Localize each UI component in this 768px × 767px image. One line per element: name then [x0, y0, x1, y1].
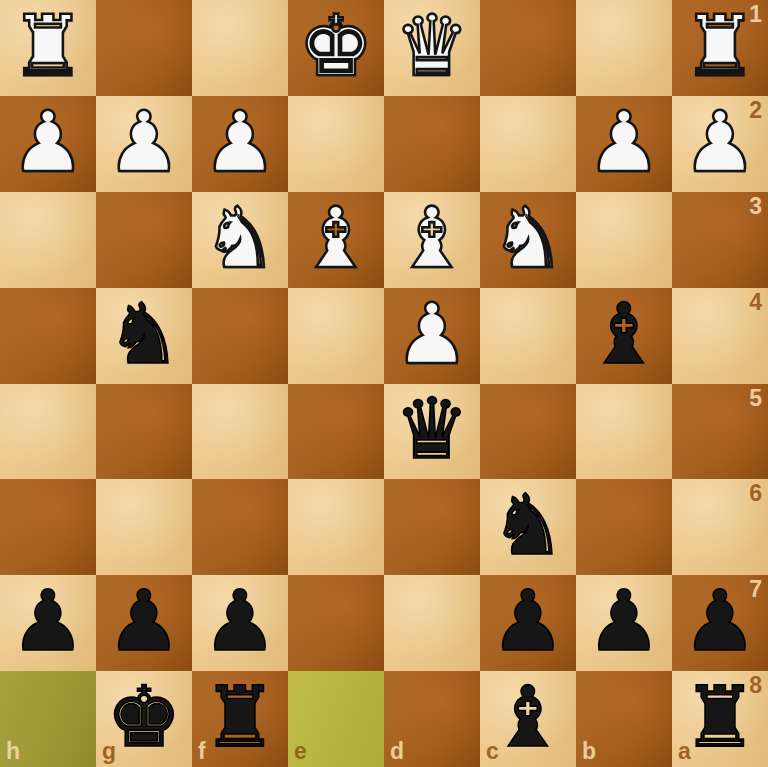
- white-bishop[interactable]: ♝: [298, 196, 373, 280]
- square-f8[interactable]: ♜f: [192, 671, 288, 767]
- square-g8[interactable]: ♚g: [96, 671, 192, 767]
- square-f1[interactable]: [192, 0, 288, 96]
- square-b3[interactable]: [576, 192, 672, 288]
- square-g1[interactable]: [96, 0, 192, 96]
- white-pawn[interactable]: ♟: [106, 100, 181, 184]
- square-d5[interactable]: ♛: [384, 384, 480, 480]
- square-a4[interactable]: 4: [672, 288, 768, 384]
- square-c2[interactable]: [480, 96, 576, 192]
- black-knight[interactable]: ♞: [490, 483, 565, 567]
- square-b2[interactable]: ♟: [576, 96, 672, 192]
- square-e8[interactable]: e: [288, 671, 384, 767]
- square-g4[interactable]: ♞: [96, 288, 192, 384]
- square-b7[interactable]: ♟: [576, 575, 672, 671]
- square-c6[interactable]: ♞: [480, 479, 576, 575]
- black-pawn[interactable]: ♟: [490, 579, 565, 663]
- square-c7[interactable]: ♟: [480, 575, 576, 671]
- white-rook[interactable]: ♜: [10, 4, 85, 88]
- square-h1[interactable]: ♜: [0, 0, 96, 96]
- square-h5[interactable]: [0, 384, 96, 480]
- square-e4[interactable]: [288, 288, 384, 384]
- square-e3[interactable]: ♝: [288, 192, 384, 288]
- black-queen[interactable]: ♛: [394, 387, 469, 471]
- square-c3[interactable]: ♞: [480, 192, 576, 288]
- black-knight[interactable]: ♞: [106, 292, 181, 376]
- square-d4[interactable]: ♟: [384, 288, 480, 384]
- square-c8[interactable]: ♝c: [480, 671, 576, 767]
- square-h7[interactable]: ♟: [0, 575, 96, 671]
- black-pawn[interactable]: ♟: [106, 579, 181, 663]
- white-queen[interactable]: ♛: [394, 4, 469, 88]
- square-b5[interactable]: [576, 384, 672, 480]
- square-a5[interactable]: 5: [672, 384, 768, 480]
- file-label-b: b: [582, 740, 596, 763]
- square-b1[interactable]: [576, 0, 672, 96]
- rank-label-3: 3: [749, 195, 762, 218]
- black-bishop[interactable]: ♝: [586, 292, 661, 376]
- white-pawn[interactable]: ♟: [586, 100, 661, 184]
- square-h3[interactable]: [0, 192, 96, 288]
- square-h8[interactable]: h: [0, 671, 96, 767]
- black-rook[interactable]: ♜: [682, 675, 757, 759]
- square-a8[interactable]: ♜8a: [672, 671, 768, 767]
- square-d7[interactable]: [384, 575, 480, 671]
- white-pawn[interactable]: ♟: [682, 100, 757, 184]
- square-b6[interactable]: [576, 479, 672, 575]
- black-pawn[interactable]: ♟: [202, 579, 277, 663]
- black-pawn[interactable]: ♟: [682, 579, 757, 663]
- square-a7[interactable]: ♟7: [672, 575, 768, 671]
- square-f3[interactable]: ♞: [192, 192, 288, 288]
- rank-label-5: 5: [749, 387, 762, 410]
- file-label-d: d: [390, 740, 404, 763]
- square-g3[interactable]: [96, 192, 192, 288]
- file-label-h: h: [6, 740, 20, 763]
- rank-label-4: 4: [749, 291, 762, 314]
- chess-board: ♜♚♛♜1♟♟♟♟♟2♞♝♝♞3♞♟♝4♛5♞6♟♟♟♟♟♟7h♚g♜fed♝c…: [0, 0, 768, 767]
- square-e5[interactable]: [288, 384, 384, 480]
- black-bishop[interactable]: ♝: [490, 675, 565, 759]
- white-rook[interactable]: ♜: [682, 4, 757, 88]
- white-knight[interactable]: ♞: [202, 196, 277, 280]
- square-f5[interactable]: [192, 384, 288, 480]
- black-rook[interactable]: ♜: [202, 675, 277, 759]
- black-pawn[interactable]: ♟: [10, 579, 85, 663]
- square-c5[interactable]: [480, 384, 576, 480]
- square-f4[interactable]: [192, 288, 288, 384]
- square-f2[interactable]: ♟: [192, 96, 288, 192]
- white-bishop[interactable]: ♝: [394, 196, 469, 280]
- square-a2[interactable]: ♟2: [672, 96, 768, 192]
- rank-label-6: 6: [749, 482, 762, 505]
- square-c4[interactable]: [480, 288, 576, 384]
- white-pawn[interactable]: ♟: [202, 100, 277, 184]
- square-h4[interactable]: [0, 288, 96, 384]
- white-knight[interactable]: ♞: [490, 196, 565, 280]
- black-king[interactable]: ♚: [106, 675, 181, 759]
- square-g6[interactable]: [96, 479, 192, 575]
- square-d6[interactable]: [384, 479, 480, 575]
- square-f7[interactable]: ♟: [192, 575, 288, 671]
- square-g5[interactable]: [96, 384, 192, 480]
- white-king[interactable]: ♚: [298, 4, 373, 88]
- square-f6[interactable]: [192, 479, 288, 575]
- square-e2[interactable]: [288, 96, 384, 192]
- white-pawn[interactable]: ♟: [394, 292, 469, 376]
- square-d3[interactable]: ♝: [384, 192, 480, 288]
- square-e6[interactable]: [288, 479, 384, 575]
- white-pawn[interactable]: ♟: [10, 100, 85, 184]
- square-e7[interactable]: [288, 575, 384, 671]
- square-e1[interactable]: ♚: [288, 0, 384, 96]
- square-g2[interactable]: ♟: [96, 96, 192, 192]
- square-a1[interactable]: ♜1: [672, 0, 768, 96]
- black-pawn[interactable]: ♟: [586, 579, 661, 663]
- square-d1[interactable]: ♛: [384, 0, 480, 96]
- file-label-e: e: [294, 740, 307, 763]
- square-a3[interactable]: 3: [672, 192, 768, 288]
- square-h6[interactable]: [0, 479, 96, 575]
- square-d8[interactable]: d: [384, 671, 480, 767]
- square-a6[interactable]: 6: [672, 479, 768, 575]
- square-g7[interactable]: ♟: [96, 575, 192, 671]
- square-c1[interactable]: [480, 0, 576, 96]
- square-b4[interactable]: ♝: [576, 288, 672, 384]
- square-h2[interactable]: ♟: [0, 96, 96, 192]
- square-d2[interactable]: [384, 96, 480, 192]
- square-b8[interactable]: b: [576, 671, 672, 767]
